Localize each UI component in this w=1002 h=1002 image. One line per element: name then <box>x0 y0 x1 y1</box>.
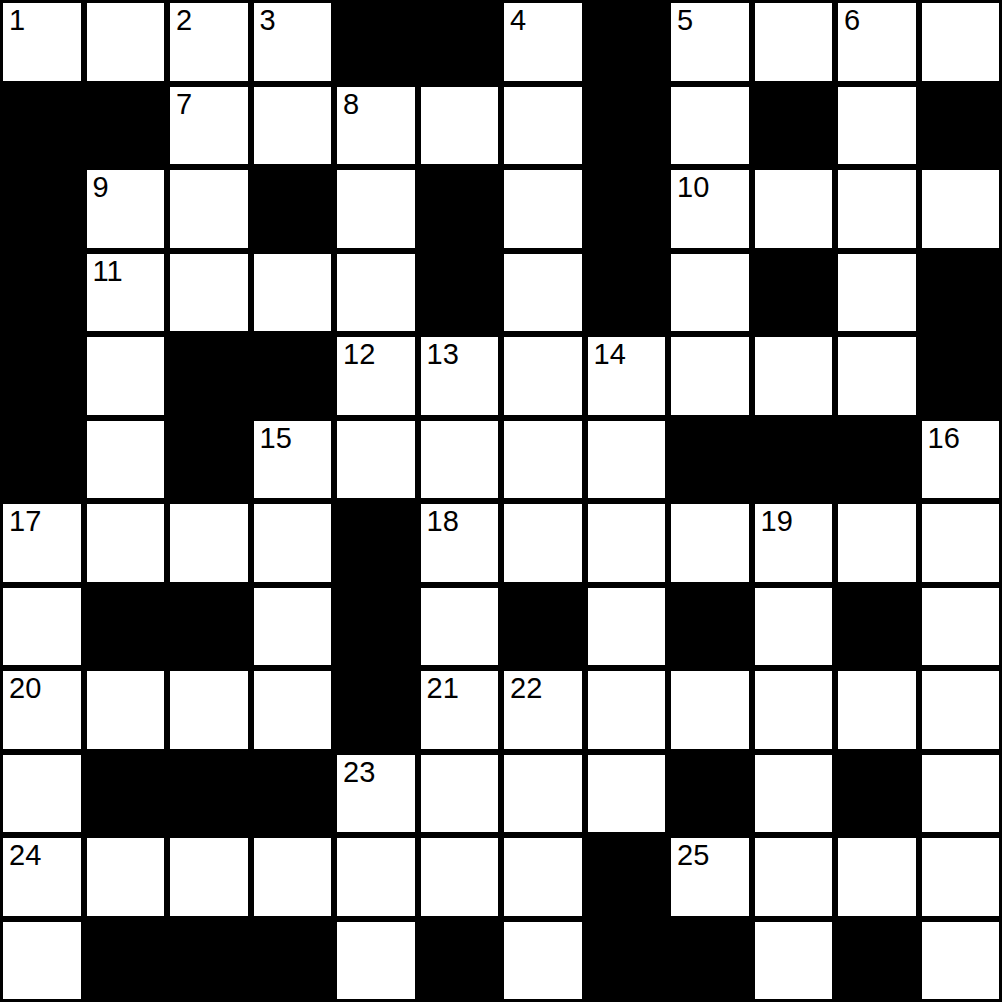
white-cell-r0c1[interactable] <box>87 3 165 81</box>
black-cell-r7c10 <box>838 588 916 666</box>
white-cell-r9c0[interactable] <box>3 755 81 833</box>
black-cell-r10c7 <box>588 838 666 916</box>
white-cell-r10c3[interactable] <box>254 838 332 916</box>
white-cell-r1c10[interactable] <box>838 87 916 165</box>
white-cell-r1c2[interactable]: 7 <box>170 87 248 165</box>
black-cell-r11c5 <box>421 922 499 1000</box>
clue-number-6: 6 <box>844 5 860 37</box>
white-cell-r4c10[interactable] <box>838 337 916 415</box>
black-cell-r0c4 <box>337 3 415 81</box>
white-cell-r7c9[interactable] <box>755 588 833 666</box>
white-cell-r7c0[interactable] <box>3 588 81 666</box>
white-cell-r9c9[interactable] <box>755 755 833 833</box>
black-cell-r1c1 <box>87 87 165 165</box>
white-cell-r4c6[interactable] <box>504 337 582 415</box>
white-cell-r8c6[interactable]: 22 <box>504 671 582 749</box>
white-cell-r5c5[interactable] <box>421 421 499 499</box>
white-cell-r0c3[interactable]: 3 <box>254 3 332 81</box>
clue-number-23: 23 <box>343 757 375 789</box>
black-cell-r8c4 <box>337 671 415 749</box>
white-cell-r2c4[interactable] <box>337 170 415 248</box>
white-cell-r10c6[interactable] <box>504 838 582 916</box>
black-cell-r7c8 <box>671 588 749 666</box>
clue-number-18: 18 <box>427 506 459 538</box>
white-cell-r6c2[interactable] <box>170 504 248 582</box>
white-cell-r3c3[interactable] <box>254 254 332 332</box>
black-cell-r0c5 <box>421 3 499 81</box>
white-cell-r0c2[interactable]: 2 <box>170 3 248 81</box>
white-cell-r1c3[interactable] <box>254 87 332 165</box>
white-cell-r10c10[interactable] <box>838 838 916 916</box>
black-cell-r3c5 <box>421 254 499 332</box>
black-cell-r4c2 <box>170 337 248 415</box>
white-cell-r1c4[interactable]: 8 <box>337 87 415 165</box>
white-cell-r6c11[interactable] <box>922 504 1000 582</box>
white-cell-r10c11[interactable] <box>922 838 1000 916</box>
black-cell-r1c9 <box>755 87 833 165</box>
white-cell-r10c1[interactable] <box>87 838 165 916</box>
white-cell-r7c7[interactable] <box>588 588 666 666</box>
clue-number-11: 11 <box>93 256 123 288</box>
white-cell-r9c7[interactable] <box>588 755 666 833</box>
white-cell-r5c6[interactable] <box>504 421 582 499</box>
clue-number-1: 1 <box>9 5 25 37</box>
black-cell-r5c10 <box>838 421 916 499</box>
white-cell-r1c5[interactable] <box>421 87 499 165</box>
white-cell-r4c4[interactable]: 12 <box>337 337 415 415</box>
white-cell-r6c8[interactable] <box>671 504 749 582</box>
white-cell-r4c8[interactable] <box>671 337 749 415</box>
black-cell-r9c2 <box>170 755 248 833</box>
clue-number-2: 2 <box>176 5 192 37</box>
white-cell-r8c11[interactable] <box>922 671 1000 749</box>
white-cell-r9c4[interactable]: 23 <box>337 755 415 833</box>
clue-number-16: 16 <box>928 423 960 455</box>
black-cell-r7c6 <box>504 588 582 666</box>
black-cell-r11c2 <box>170 922 248 1000</box>
black-cell-r9c3 <box>254 755 332 833</box>
white-cell-r3c4[interactable] <box>337 254 415 332</box>
white-cell-r4c9[interactable] <box>755 337 833 415</box>
clue-number-15: 15 <box>260 423 292 455</box>
black-cell-r2c0 <box>3 170 81 248</box>
white-cell-r5c11[interactable]: 16 <box>922 421 1000 499</box>
white-cell-r11c0[interactable] <box>3 922 81 1000</box>
white-cell-r6c10[interactable] <box>838 504 916 582</box>
white-cell-r8c7[interactable] <box>588 671 666 749</box>
clue-number-17: 17 <box>9 506 41 538</box>
black-cell-r11c8 <box>671 922 749 1000</box>
white-cell-r9c6[interactable] <box>504 755 582 833</box>
black-cell-r5c0 <box>3 421 81 499</box>
white-cell-r8c3[interactable] <box>254 671 332 749</box>
white-cell-r7c3[interactable] <box>254 588 332 666</box>
clue-number-8: 8 <box>343 89 359 121</box>
white-cell-r3c8[interactable] <box>671 254 749 332</box>
white-cell-r4c1[interactable] <box>87 337 165 415</box>
black-cell-r11c1 <box>87 922 165 1000</box>
white-cell-r3c10[interactable] <box>838 254 916 332</box>
white-cell-r7c11[interactable] <box>922 588 1000 666</box>
black-cell-r2c5 <box>421 170 499 248</box>
white-cell-r6c5[interactable]: 18 <box>421 504 499 582</box>
clue-number-4: 4 <box>510 5 526 37</box>
black-cell-r7c4 <box>337 588 415 666</box>
white-cell-r2c1[interactable]: 9 <box>87 170 165 248</box>
white-cell-r1c8[interactable] <box>671 87 749 165</box>
white-cell-r2c10[interactable] <box>838 170 916 248</box>
white-cell-r6c3[interactable] <box>254 504 332 582</box>
clue-number-10: 10 <box>677 172 709 204</box>
white-cell-r0c10[interactable]: 6 <box>838 3 916 81</box>
clue-number-3: 3 <box>260 5 276 37</box>
white-cell-r8c2[interactable] <box>170 671 248 749</box>
black-cell-r1c0 <box>3 87 81 165</box>
white-cell-r6c1[interactable] <box>87 504 165 582</box>
clue-number-22: 22 <box>510 673 542 705</box>
white-cell-r8c1[interactable] <box>87 671 165 749</box>
black-cell-r9c8 <box>671 755 749 833</box>
black-cell-r7c2 <box>170 588 248 666</box>
white-cell-r0c6[interactable]: 4 <box>504 3 582 81</box>
clue-number-20: 20 <box>9 673 41 705</box>
white-cell-r5c3[interactable]: 15 <box>254 421 332 499</box>
white-cell-r7c5[interactable] <box>421 588 499 666</box>
black-cell-r2c3 <box>254 170 332 248</box>
white-cell-r9c5[interactable] <box>421 755 499 833</box>
white-cell-r6c9[interactable]: 19 <box>755 504 833 582</box>
black-cell-r3c11 <box>922 254 1000 332</box>
white-cell-r6c0[interactable]: 17 <box>3 504 81 582</box>
clue-number-9: 9 <box>93 172 109 204</box>
white-cell-r2c9[interactable] <box>755 170 833 248</box>
white-cell-r11c11[interactable] <box>922 922 1000 1000</box>
black-cell-r0c7 <box>588 3 666 81</box>
white-cell-r0c11[interactable] <box>922 3 1000 81</box>
black-cell-r3c9 <box>755 254 833 332</box>
black-cell-r2c7 <box>588 170 666 248</box>
black-cell-r4c0 <box>3 337 81 415</box>
white-cell-r8c10[interactable] <box>838 671 916 749</box>
black-cell-r1c7 <box>588 87 666 165</box>
clue-number-14: 14 <box>594 339 626 371</box>
clue-number-21: 21 <box>427 673 459 705</box>
white-cell-r9c11[interactable] <box>922 755 1000 833</box>
white-cell-r0c8[interactable]: 5 <box>671 3 749 81</box>
black-cell-r7c1 <box>87 588 165 666</box>
black-cell-r11c3 <box>254 922 332 1000</box>
crossword-page: 1234567891011121314151617181920212223242… <box>0 0 1002 1002</box>
white-cell-r8c0[interactable]: 20 <box>3 671 81 749</box>
white-cell-r10c4[interactable] <box>337 838 415 916</box>
white-cell-r8c5[interactable]: 21 <box>421 671 499 749</box>
black-cell-r11c10 <box>838 922 916 1000</box>
white-cell-r5c1[interactable] <box>87 421 165 499</box>
black-cell-r5c8 <box>671 421 749 499</box>
black-cell-r1c11 <box>922 87 1000 165</box>
white-cell-r4c7[interactable]: 14 <box>588 337 666 415</box>
black-cell-r4c11 <box>922 337 1000 415</box>
white-cell-r3c6[interactable] <box>504 254 582 332</box>
clue-number-25: 25 <box>677 840 709 872</box>
black-cell-r4c3 <box>254 337 332 415</box>
white-cell-r6c6[interactable] <box>504 504 582 582</box>
black-cell-r6c4 <box>337 504 415 582</box>
white-cell-r2c8[interactable]: 10 <box>671 170 749 248</box>
black-cell-r9c10 <box>838 755 916 833</box>
white-cell-r11c9[interactable] <box>755 922 833 1000</box>
white-cell-r11c6[interactable] <box>504 922 582 1000</box>
white-cell-r10c5[interactable] <box>421 838 499 916</box>
clue-number-12: 12 <box>343 339 375 371</box>
white-cell-r0c0[interactable]: 1 <box>3 3 81 81</box>
black-cell-r11c7 <box>588 922 666 1000</box>
white-cell-r3c1[interactable]: 11 <box>87 254 165 332</box>
clue-number-5: 5 <box>677 5 693 37</box>
white-cell-r10c9[interactable] <box>755 838 833 916</box>
white-cell-r11c4[interactable] <box>337 922 415 1000</box>
white-cell-r1c6[interactable] <box>504 87 582 165</box>
black-cell-r3c7 <box>588 254 666 332</box>
black-cell-r5c9 <box>755 421 833 499</box>
white-cell-r6c7[interactable] <box>588 504 666 582</box>
white-cell-r2c6[interactable] <box>504 170 582 248</box>
black-cell-r5c2 <box>170 421 248 499</box>
black-cell-r9c1 <box>87 755 165 833</box>
clue-number-7: 7 <box>176 89 192 121</box>
white-cell-r5c7[interactable] <box>588 421 666 499</box>
crossword-grid: 1234567891011121314151617181920212223242… <box>0 0 1002 1002</box>
white-cell-r10c2[interactable] <box>170 838 248 916</box>
white-cell-r0c9[interactable] <box>755 3 833 81</box>
clue-number-24: 24 <box>9 840 41 872</box>
white-cell-r3c2[interactable] <box>170 254 248 332</box>
white-cell-r4c5[interactable]: 13 <box>421 337 499 415</box>
white-cell-r5c4[interactable] <box>337 421 415 499</box>
white-cell-r8c9[interactable] <box>755 671 833 749</box>
white-cell-r10c8[interactable]: 25 <box>671 838 749 916</box>
clue-number-19: 19 <box>761 506 793 538</box>
white-cell-r2c11[interactable] <box>922 170 1000 248</box>
black-cell-r3c0 <box>3 254 81 332</box>
white-cell-r2c2[interactable] <box>170 170 248 248</box>
white-cell-r8c8[interactable] <box>671 671 749 749</box>
white-cell-r10c0[interactable]: 24 <box>3 838 81 916</box>
clue-number-13: 13 <box>427 339 459 371</box>
